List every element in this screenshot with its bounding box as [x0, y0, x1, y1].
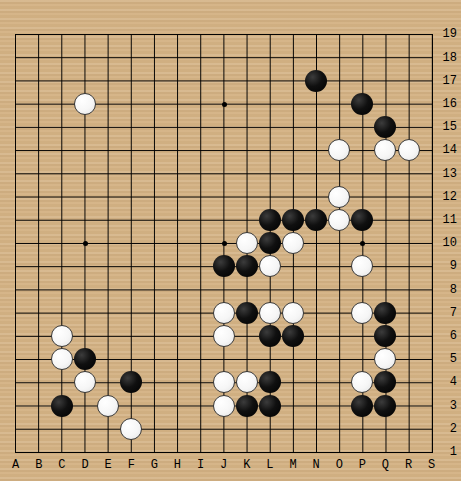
column-label-G: G — [145, 458, 163, 472]
white-stone-C6[interactable] — [51, 325, 73, 347]
white-stone-L7[interactable] — [259, 302, 281, 324]
black-stone-L11[interactable] — [259, 209, 281, 231]
black-stone-Q3[interactable] — [374, 395, 396, 417]
column-label-M: M — [284, 458, 302, 472]
white-stone-R14[interactable] — [398, 139, 420, 161]
black-stone-N17[interactable] — [305, 70, 327, 92]
white-stone-D16[interactable] — [74, 93, 96, 115]
column-label-B: B — [30, 458, 48, 472]
row-label-2: 2 — [439, 422, 457, 436]
column-label-O: O — [330, 458, 348, 472]
column-label-E: E — [99, 458, 117, 472]
black-stone-K7[interactable] — [236, 302, 258, 324]
row-label-10: 10 — [439, 236, 457, 250]
column-label-Q: Q — [376, 458, 394, 472]
black-stone-C3[interactable] — [51, 395, 73, 417]
row-label-5: 5 — [439, 352, 457, 366]
go-board: ABCDEFGHIJKLMNOPQRS 19181716151413121110… — [0, 0, 461, 481]
row-label-18: 18 — [439, 51, 457, 65]
white-stone-F2[interactable] — [120, 418, 142, 440]
column-label-R: R — [400, 458, 418, 472]
white-stone-P7[interactable] — [351, 302, 373, 324]
white-stone-O11[interactable] — [328, 209, 350, 231]
white-stone-K10[interactable] — [236, 232, 258, 254]
row-label-9: 9 — [439, 259, 457, 273]
row-label-8: 8 — [439, 283, 457, 297]
row-label-1: 1 — [439, 445, 457, 459]
row-label-7: 7 — [439, 306, 457, 320]
row-label-11: 11 — [439, 213, 457, 227]
column-label-D: D — [76, 458, 94, 472]
row-label-13: 13 — [439, 167, 457, 181]
column-label-K: K — [238, 458, 256, 472]
black-stone-Q7[interactable] — [374, 302, 396, 324]
column-label-L: L — [261, 458, 279, 472]
black-stone-N11[interactable] — [305, 209, 327, 231]
column-label-N: N — [307, 458, 325, 472]
white-stone-E3[interactable] — [97, 395, 119, 417]
black-stone-L3[interactable] — [259, 395, 281, 417]
black-stone-K3[interactable] — [236, 395, 258, 417]
white-stone-J6[interactable] — [213, 325, 235, 347]
white-stone-K4[interactable] — [236, 371, 258, 393]
white-stone-J7[interactable] — [213, 302, 235, 324]
row-label-6: 6 — [439, 329, 457, 343]
column-label-I: I — [192, 458, 210, 472]
column-label-H: H — [168, 458, 186, 472]
white-stone-M7[interactable] — [282, 302, 304, 324]
column-label-J: J — [215, 458, 233, 472]
black-stone-P3[interactable] — [351, 395, 373, 417]
black-stone-M6[interactable] — [282, 325, 304, 347]
star-point-J16 — [222, 102, 227, 107]
row-label-15: 15 — [439, 120, 457, 134]
row-label-19: 19 — [439, 27, 457, 41]
column-label-C: C — [53, 458, 71, 472]
black-stone-K9[interactable] — [236, 255, 258, 277]
row-label-16: 16 — [439, 97, 457, 111]
black-stone-L6[interactable] — [259, 325, 281, 347]
white-stone-O12[interactable] — [328, 186, 350, 208]
white-stone-J4[interactable] — [213, 371, 235, 393]
black-stone-M11[interactable] — [282, 209, 304, 231]
column-label-P: P — [353, 458, 371, 472]
black-stone-D5[interactable] — [74, 348, 96, 370]
white-stone-C5[interactable] — [51, 348, 73, 370]
column-label-S: S — [423, 458, 441, 472]
white-stone-J3[interactable] — [213, 395, 235, 417]
star-point-J10 — [222, 241, 227, 246]
column-label-A: A — [7, 458, 25, 472]
black-stone-J9[interactable] — [213, 255, 235, 277]
row-label-4: 4 — [439, 375, 457, 389]
row-label-17: 17 — [439, 74, 457, 88]
row-label-12: 12 — [439, 190, 457, 204]
column-label-F: F — [122, 458, 140, 472]
row-label-14: 14 — [439, 143, 457, 157]
white-stone-M10[interactable] — [282, 232, 304, 254]
row-label-3: 3 — [439, 399, 457, 413]
black-stone-L10[interactable] — [259, 232, 281, 254]
